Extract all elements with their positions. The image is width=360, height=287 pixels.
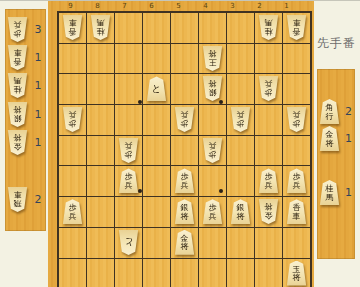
board-cell-64[interactable]: [143, 105, 170, 135]
shogi-piece-gote[interactable]: 桂馬: [7, 73, 28, 98]
gote-hand-slot: [5, 157, 46, 185]
board-cell-26[interactable]: 歩兵: [255, 166, 282, 196]
board-cell-82[interactable]: [87, 44, 114, 74]
gote-hand-slot[interactable]: 飛車2: [5, 185, 46, 213]
piece-kanji: 歩兵: [174, 107, 195, 132]
board-cell-66[interactable]: [143, 166, 170, 196]
board-cell-19[interactable]: 玉将: [283, 259, 310, 287]
piece-kanji: 金将: [7, 130, 28, 155]
tray-piece-wrap: 金将: [317, 126, 342, 151]
piece-kanji: と: [146, 76, 167, 101]
piece-kanji: 銀将: [202, 76, 223, 101]
file-label: 1: [273, 2, 300, 10]
board-cell-24[interactable]: [255, 105, 282, 135]
shogi-piece-gote[interactable]: 香車: [7, 45, 28, 70]
board-cell-39[interactable]: [227, 259, 254, 287]
board-cell-44[interactable]: [199, 105, 226, 135]
board-cell-69[interactable]: [143, 259, 170, 287]
piece-kanji: 金将: [258, 199, 279, 224]
file-label: 2: [246, 2, 273, 10]
board-cell-11[interactable]: 香車: [283, 13, 310, 43]
board-cell-13[interactable]: [283, 74, 310, 104]
piece-kanji: 歩兵: [62, 199, 83, 224]
piece-kanji: 銀将: [7, 102, 28, 127]
file-label: 4: [192, 2, 219, 10]
board-cell-67[interactable]: [143, 197, 170, 227]
captured-count: 2: [342, 106, 355, 117]
board-cell-53[interactable]: [171, 74, 198, 104]
shogi-piece-gote[interactable]: 桂馬: [90, 15, 111, 40]
sente-hand-slot: [317, 152, 355, 179]
board-cell-71[interactable]: [115, 13, 142, 43]
board-cell-37[interactable]: 銀将: [227, 197, 254, 227]
file-labels: 987654321: [57, 2, 300, 10]
board-cell-89[interactable]: [87, 259, 114, 287]
shogi-piece-sente[interactable]: 歩兵: [258, 168, 279, 193]
board-cell-86[interactable]: [87, 166, 114, 196]
shogi-piece-sente[interactable]: 金将: [319, 126, 340, 151]
board-grid: 香車桂馬桂馬香車王将と銀将歩兵歩兵歩兵歩兵歩兵歩兵歩兵歩兵歩兵歩兵歩兵歩兵銀将歩…: [57, 11, 312, 287]
board-cell-45[interactable]: 歩兵: [199, 136, 226, 166]
piece-kanji: 銀将: [230, 199, 251, 224]
board-cell-38[interactable]: [227, 228, 254, 258]
board-cell-72[interactable]: [115, 44, 142, 74]
board-cell-47[interactable]: 歩兵: [199, 197, 226, 227]
shogi-piece-gote[interactable]: 桂馬: [258, 15, 279, 40]
shogi-piece-sente[interactable]: 玉将: [286, 261, 307, 286]
shogi-piece-sente[interactable]: 香車: [286, 199, 307, 224]
shogi-piece-sente[interactable]: 歩兵: [286, 168, 307, 193]
shogi-piece-gote[interactable]: 歩兵: [202, 138, 223, 163]
piece-kanji: 香車: [62, 15, 83, 40]
shogi-piece-gote[interactable]: 香車: [286, 15, 307, 40]
file-label: 3: [219, 2, 246, 10]
board-cell-52[interactable]: [171, 44, 198, 74]
gote-captured-tray: 歩兵3香車1桂馬1銀将1金将1飛車2: [5, 9, 46, 231]
shogi-board: 987654321 一二三四五六七八九 香車桂馬桂馬香車王将と銀将歩兵歩兵歩兵歩…: [48, 1, 314, 287]
board-cell-17[interactable]: 香車: [283, 197, 310, 227]
board-cell-54[interactable]: 歩兵: [171, 105, 198, 135]
piece-kanji: 桂馬: [90, 15, 111, 40]
piece-kanji: 香車: [7, 45, 28, 70]
gote-hand-slot[interactable]: 金将1: [5, 129, 46, 157]
piece-kanji: 歩兵: [258, 76, 279, 101]
file-label: 5: [165, 2, 192, 10]
board-cell-99[interactable]: [59, 259, 86, 287]
piece-kanji: 桂馬: [7, 73, 28, 98]
shogi-piece-gote[interactable]: 歩兵: [230, 107, 251, 132]
board-cell-36[interactable]: [227, 166, 254, 196]
board-cell-12[interactable]: [283, 44, 310, 74]
sente-hand-slot[interactable]: 桂馬1: [317, 179, 355, 206]
shogi-piece-sente[interactable]: 歩兵: [118, 168, 139, 193]
piece-kanji: 歩兵: [174, 168, 195, 193]
tray-piece-wrap: 金将: [5, 130, 30, 155]
board-cell-35[interactable]: [227, 136, 254, 166]
hoshi-dot: [138, 100, 142, 104]
board-cell-34[interactable]: 歩兵: [227, 105, 254, 135]
board-cell-25[interactable]: [255, 136, 282, 166]
tray-piece-wrap: 歩兵: [5, 17, 30, 42]
gote-hand-slot[interactable]: 歩兵3: [5, 15, 46, 43]
board-cell-41[interactable]: [199, 13, 226, 43]
file-label: 8: [84, 2, 111, 10]
board-cell-97[interactable]: 歩兵: [59, 197, 86, 227]
shogi-piece-gote[interactable]: 歩兵: [7, 17, 28, 42]
sente-hand-slot[interactable]: 角行2: [317, 98, 355, 125]
shogi-piece-gote[interactable]: 歩兵: [258, 76, 279, 101]
piece-kanji: 王将: [202, 46, 223, 71]
shogi-piece-gote[interactable]: と: [118, 230, 139, 255]
shogi-piece-sente[interactable]: 歩兵: [62, 199, 83, 224]
sente-hand-slot[interactable]: 金将1: [317, 125, 355, 152]
board-cell-51[interactable]: [171, 13, 198, 43]
board-cell-14[interactable]: 歩兵: [283, 105, 310, 135]
captured-count: 1: [30, 109, 46, 120]
board-cell-84[interactable]: [87, 105, 114, 135]
file-label: 6: [138, 2, 165, 10]
piece-kanji: 飛車: [7, 187, 28, 212]
hoshi-dot: [219, 189, 223, 193]
board-cell-93[interactable]: [59, 74, 86, 104]
gote-hand-slot[interactable]: 銀将1: [5, 100, 46, 128]
board-cell-29[interactable]: [255, 259, 282, 287]
board-cell-49[interactable]: [199, 259, 226, 287]
captured-count: 1: [342, 133, 355, 144]
board-cell-18[interactable]: [283, 228, 310, 258]
tray-piece-wrap: 香車: [5, 45, 30, 70]
sente-captured-tray: 角行2金将1桂馬1: [317, 69, 355, 259]
shogi-piece-sente[interactable]: 角行: [319, 99, 340, 124]
board-cell-23[interactable]: 歩兵: [255, 74, 282, 104]
captured-count: 1: [342, 187, 355, 198]
shogi-piece-gote[interactable]: 銀将: [202, 76, 223, 101]
shogi-piece-sente[interactable]: 銀将: [174, 199, 195, 224]
piece-kanji: 角行: [319, 99, 340, 124]
board-cell-79[interactable]: [115, 259, 142, 287]
piece-kanji: 歩兵: [258, 168, 279, 193]
piece-kanji: 銀将: [174, 199, 195, 224]
board-cell-55[interactable]: [171, 136, 198, 166]
board-cell-31[interactable]: [227, 13, 254, 43]
board-cell-61[interactable]: [143, 13, 170, 43]
board-cell-27[interactable]: 金将: [255, 197, 282, 227]
board-cell-21[interactable]: 桂馬: [255, 13, 282, 43]
shogi-piece-gote[interactable]: 王将: [202, 46, 223, 71]
shogi-piece-sente[interactable]: と: [146, 76, 167, 101]
piece-kanji: 金将: [319, 126, 340, 151]
board-cell-68[interactable]: [143, 228, 170, 258]
board-cell-16[interactable]: 歩兵: [283, 166, 310, 196]
piece-kanji: 金将: [174, 230, 195, 255]
board-cell-91[interactable]: 香車: [59, 13, 86, 43]
board-cell-42[interactable]: 王将: [199, 44, 226, 74]
captured-count: 1: [30, 137, 46, 148]
sente-hand-slot: [317, 71, 355, 98]
board-cell-88[interactable]: [87, 228, 114, 258]
piece-kanji: 香車: [286, 199, 307, 224]
board-cell-77[interactable]: [115, 197, 142, 227]
piece-kanji: 歩兵: [202, 199, 223, 224]
piece-kanji: 歩兵: [202, 138, 223, 163]
captured-count: 2: [30, 194, 46, 205]
board-cell-58[interactable]: 金将: [171, 228, 198, 258]
turn-indicator: 先手番: [317, 35, 356, 52]
hoshi-dot: [219, 100, 223, 104]
board-cell-74[interactable]: [115, 105, 142, 135]
board-cell-83[interactable]: [87, 74, 114, 104]
board-cell-85[interactable]: [87, 136, 114, 166]
piece-kanji: 玉将: [286, 261, 307, 286]
piece-kanji: 歩兵: [286, 107, 307, 132]
board-cell-32[interactable]: [227, 44, 254, 74]
shogi-piece-gote[interactable]: 歩兵: [118, 138, 139, 163]
shogi-piece-sente[interactable]: 金将: [174, 230, 195, 255]
tray-piece-wrap: 桂馬: [317, 180, 342, 205]
captured-count: 1: [30, 52, 46, 63]
board-cell-63[interactable]: と: [143, 74, 170, 104]
board-cell-98[interactable]: [59, 228, 86, 258]
tray-piece-wrap: 桂馬: [5, 73, 30, 98]
gote-hand-slot[interactable]: 桂馬1: [5, 72, 46, 100]
shogi-piece-gote[interactable]: 飛車: [7, 187, 28, 212]
piece-kanji: 歩兵: [230, 107, 251, 132]
shogi-piece-gote[interactable]: 歩兵: [174, 107, 195, 132]
shogi-piece-gote[interactable]: 銀将: [7, 102, 28, 127]
board-cell-59[interactable]: [171, 259, 198, 287]
captured-count: 3: [30, 24, 46, 35]
shogi-piece-gote[interactable]: 歩兵: [286, 107, 307, 132]
piece-kanji: 桂馬: [319, 180, 340, 205]
piece-kanji: 歩兵: [7, 17, 28, 42]
piece-kanji: 歩兵: [118, 168, 139, 193]
sente-hand-slot: [317, 233, 355, 260]
board-cell-87[interactable]: [87, 197, 114, 227]
tray-piece-wrap: 銀将: [5, 102, 30, 127]
board-cell-48[interactable]: [199, 228, 226, 258]
board-cell-28[interactable]: [255, 228, 282, 258]
shogi-piece-gote[interactable]: 金将: [7, 130, 28, 155]
tray-piece-wrap: 飛車: [5, 187, 30, 212]
board-cell-78[interactable]: と: [115, 228, 142, 258]
piece-kanji: 歩兵: [118, 138, 139, 163]
piece-kanji: と: [118, 230, 139, 255]
piece-kanji: 桂馬: [258, 15, 279, 40]
shogi-piece-gote[interactable]: 歩兵: [62, 107, 83, 132]
tray-piece-wrap: 角行: [317, 99, 342, 124]
hoshi-dot: [138, 189, 142, 193]
shogi-piece-gote[interactable]: 金将: [258, 199, 279, 224]
board-cell-62[interactable]: [143, 44, 170, 74]
board-cell-65[interactable]: [143, 136, 170, 166]
shogi-piece-gote[interactable]: 香車: [62, 15, 83, 40]
gote-hand-slot[interactable]: 香車1: [5, 43, 46, 71]
piece-kanji: 香車: [286, 15, 307, 40]
shogi-piece-sente[interactable]: 歩兵: [202, 199, 223, 224]
captured-count: 1: [30, 80, 46, 91]
shogi-piece-sente[interactable]: 桂馬: [319, 180, 340, 205]
board-cell-56[interactable]: 歩兵: [171, 166, 198, 196]
file-label: 9: [57, 2, 84, 10]
file-label: 7: [111, 2, 138, 10]
board-cell-75[interactable]: 歩兵: [115, 136, 142, 166]
sente-hand-slot: [317, 206, 355, 233]
piece-kanji: 歩兵: [286, 168, 307, 193]
board-cell-57[interactable]: 銀将: [171, 197, 198, 227]
board-cell-15[interactable]: [283, 136, 310, 166]
shogi-app: 歩兵3香車1桂馬1銀将1金将1飛車2 987654321 一二三四五六七八九 香…: [0, 0, 360, 287]
board-cell-81[interactable]: 桂馬: [87, 13, 114, 43]
board-cell-33[interactable]: [227, 74, 254, 104]
board-cell-96[interactable]: [59, 166, 86, 196]
board-cell-92[interactable]: [59, 44, 86, 74]
board-cell-95[interactable]: [59, 136, 86, 166]
shogi-piece-sente[interactable]: 銀将: [230, 199, 251, 224]
board-cell-94[interactable]: 歩兵: [59, 105, 86, 135]
piece-kanji: 歩兵: [62, 107, 83, 132]
board-cell-22[interactable]: [255, 44, 282, 74]
shogi-piece-sente[interactable]: 歩兵: [174, 168, 195, 193]
